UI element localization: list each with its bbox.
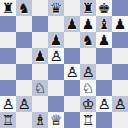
piece-white-knight: ♘ [82,80,95,96]
square-h5[interactable] [112,48,128,64]
piece-white-pawn: ♙ [82,64,95,80]
piece-white-pawn: ♙ [2,96,15,112]
piece-white-pawn: ♙ [66,64,79,80]
square-e3[interactable] [64,80,80,96]
square-b2[interactable]: ♙ [16,96,32,112]
square-c2[interactable] [32,96,48,112]
square-a4[interactable] [0,64,16,80]
square-e7[interactable]: ♟ [64,16,80,32]
square-e2[interactable] [64,96,80,112]
square-a7[interactable] [0,16,16,32]
piece-black-knight: ♞ [82,32,95,48]
square-d2[interactable] [48,96,64,112]
piece-black-pawn: ♟ [114,16,127,32]
square-a6[interactable] [0,32,16,48]
square-d4[interactable] [48,64,64,80]
square-g5[interactable] [96,48,112,64]
square-f3[interactable]: ♘ [80,80,96,96]
square-e5[interactable] [64,48,80,64]
square-b5[interactable] [16,48,32,64]
square-g8[interactable]: ♚ [96,0,112,16]
piece-black-pawn: ♟ [50,32,63,48]
square-g4[interactable] [96,64,112,80]
square-b4[interactable] [16,64,32,80]
square-f6[interactable]: ♞ [80,32,96,48]
piece-black-knight: ♞ [18,0,31,16]
square-h7[interactable]: ♟ [112,16,128,32]
square-c3[interactable]: ♘ [32,80,48,96]
piece-black-rook: ♜ [2,0,15,16]
square-e1[interactable] [64,112,80,128]
square-e8[interactable] [64,0,80,16]
square-a2[interactable]: ♙ [0,96,16,112]
square-b8[interactable]: ♞ [16,0,32,16]
square-g3[interactable] [96,80,112,96]
piece-black-pawn: ♟ [66,16,79,32]
square-e4[interactable]: ♙ [64,64,80,80]
square-f5[interactable] [80,48,96,64]
piece-black-pawn: ♟ [34,48,47,64]
square-b1[interactable] [16,112,32,128]
piece-white-pawn: ♙ [98,96,111,112]
square-c7[interactable] [32,16,48,32]
square-f7[interactable]: ♟ [80,16,96,32]
square-h4[interactable] [112,64,128,80]
piece-white-rook: ♖ [2,112,15,128]
square-h6[interactable] [112,32,128,48]
square-d6[interactable]: ♟ [48,32,64,48]
piece-black-bishop: ♝ [98,16,111,32]
square-f4[interactable]: ♙ [80,64,96,80]
piece-black-pawn: ♟ [82,16,95,32]
piece-white-pawn: ♙ [114,96,127,112]
square-b6[interactable] [16,32,32,48]
square-d3[interactable] [48,80,64,96]
piece-white-queen: ♕ [50,112,63,128]
square-g1[interactable] [96,112,112,128]
square-g6[interactable]: ♟ [96,32,112,48]
piece-white-rook: ♖ [82,112,95,128]
square-a3[interactable] [0,80,16,96]
square-c6[interactable] [32,32,48,48]
square-d7[interactable] [48,16,64,32]
piece-white-king: ♔ [82,96,95,112]
piece-black-queen: ♛ [50,0,63,16]
square-c4[interactable] [32,64,48,80]
square-c1[interactable]: ♗ [32,112,48,128]
square-e6[interactable] [64,32,80,48]
square-h1[interactable] [112,112,128,128]
square-h8[interactable] [112,0,128,16]
square-g2[interactable]: ♙ [96,96,112,112]
square-f8[interactable]: ♜ [80,0,96,16]
piece-black-rook: ♜ [82,0,95,16]
square-h3[interactable] [112,80,128,96]
square-f1[interactable]: ♖ [80,112,96,128]
piece-black-king: ♚ [98,0,111,16]
square-f2[interactable]: ♔ [80,96,96,112]
square-b3[interactable] [16,80,32,96]
square-d8[interactable]: ♛ [48,0,64,16]
square-c8[interactable] [32,0,48,16]
piece-white-pawn: ♙ [50,48,63,64]
piece-white-knight: ♘ [34,80,47,96]
square-g7[interactable]: ♝ [96,16,112,32]
piece-white-bishop: ♗ [34,112,47,128]
chess-board: ♜♞♛♜♚♟♟♝♟♟♞♟♟♙♙♙♘♘♙♙♔♙♙♖♗♕♖ [0,0,128,128]
square-a1[interactable]: ♖ [0,112,16,128]
square-c5[interactable]: ♟ [32,48,48,64]
square-a8[interactable]: ♜ [0,0,16,16]
piece-black-pawn: ♟ [98,32,111,48]
square-d1[interactable]: ♕ [48,112,64,128]
piece-white-pawn: ♙ [18,96,31,112]
square-h2[interactable]: ♙ [112,96,128,112]
square-a5[interactable] [0,48,16,64]
square-b7[interactable] [16,16,32,32]
square-d5[interactable]: ♙ [48,48,64,64]
